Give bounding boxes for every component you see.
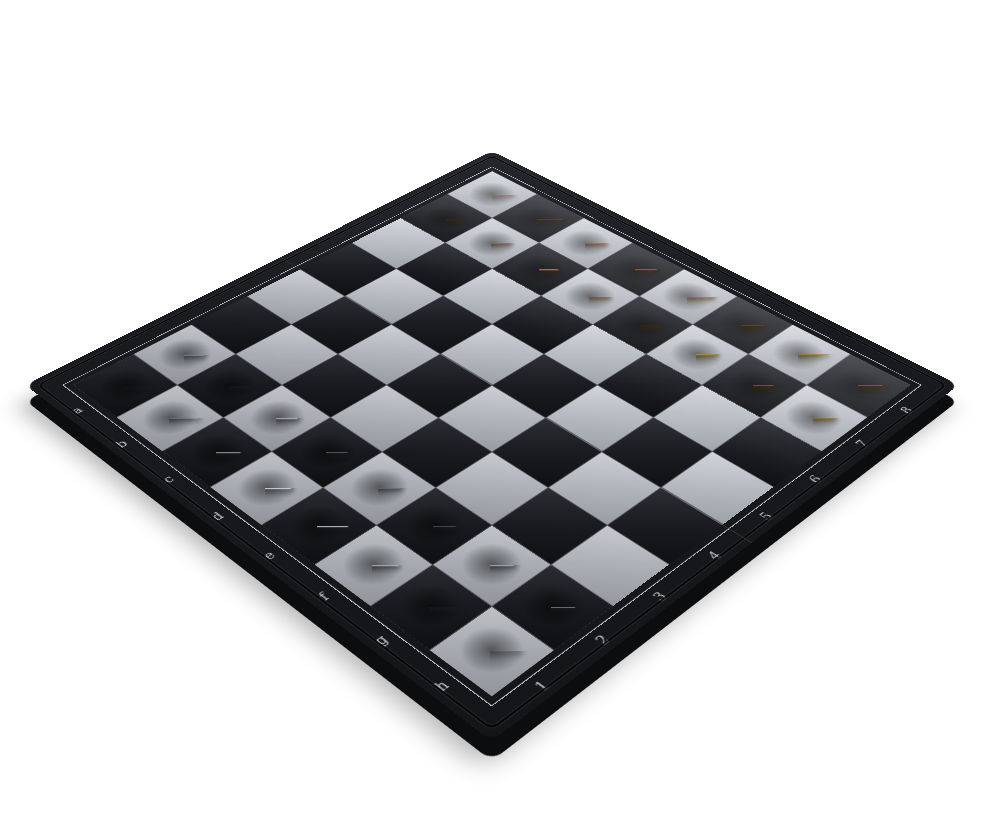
board-play-area: ♜♞♝♛♚♝♞♜♟♟♟♟♟♟♟♟♟♟♟♟♟♟♟♟♜♞♝♛♚♝♞♜ [62, 166, 922, 706]
product-photo-scene: ♜♞♝♛♚♝♞♜♟♟♟♟♟♟♟♟♟♟♟♟♟♟♟♟♜♞♝♛♚♝♞♜ abcdefg… [0, 0, 986, 820]
piece-gold-pawn[interactable]: ♟ [781, 358, 845, 430]
board-grid: ♜♞♝♛♚♝♞♜♟♟♟♟♟♟♟♟♟♟♟♟♟♟♟♟♜♞♝♛♚♝♞♜ [73, 171, 910, 696]
chessboard: ♜♞♝♛♚♝♞♜♟♟♟♟♟♟♟♟♟♟♟♟♟♟♟♟♜♞♝♛♚♝♞♜ abcdefg… [25, 151, 958, 741]
perspective-stage: ♜♞♝♛♚♝♞♜♟♟♟♟♟♟♟♟♟♟♟♟♟♟♟♟♜♞♝♛♚♝♞♜ abcdefg… [0, 0, 986, 820]
piece-gold-pawn[interactable]: ♟ [722, 327, 785, 397]
square-f5[interactable] [546, 385, 652, 451]
